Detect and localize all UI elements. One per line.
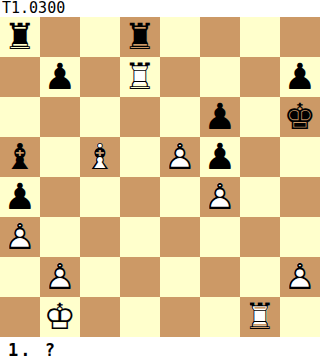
- square-a1[interactable]: [0, 297, 40, 337]
- white-piece-outline: ♔: [40, 297, 80, 337]
- square-h5[interactable]: [280, 137, 320, 177]
- black-rook[interactable]: ♜: [0, 17, 40, 57]
- square-a5[interactable]: ♝: [0, 137, 40, 177]
- black-piece-glyph: ♜: [0, 17, 40, 57]
- white-piece-outline: ♖: [120, 57, 160, 97]
- white-piece-fill: ♟: [40, 257, 80, 297]
- square-g1[interactable]: ♜♖: [240, 297, 280, 337]
- square-b2[interactable]: ♟♙: [40, 257, 80, 297]
- square-g4[interactable]: [240, 177, 280, 217]
- white-piece-fill: ♚: [40, 297, 80, 337]
- square-c5[interactable]: ♝♗: [80, 137, 120, 177]
- square-e5[interactable]: ♟♙: [160, 137, 200, 177]
- black-piece-glyph: ♝: [0, 137, 40, 177]
- chess-puzzle-page: T1.0300 ♜♜♟♜♖♟♟♚♝♝♗♟♙♟♟♟♙♟♙♟♙♟♙♚♔♜♖ 1. ?: [0, 0, 320, 360]
- white-bishop[interactable]: ♝♗: [80, 137, 120, 177]
- square-f3[interactable]: [200, 217, 240, 257]
- black-piece-glyph: ♟: [280, 57, 320, 97]
- square-c7[interactable]: [80, 57, 120, 97]
- black-piece-glyph: ♟: [0, 177, 40, 217]
- white-piece-fill: ♟: [0, 217, 40, 257]
- white-piece-outline: ♙: [160, 137, 200, 177]
- square-d2[interactable]: [120, 257, 160, 297]
- white-king[interactable]: ♚♔: [40, 297, 80, 337]
- square-b6[interactable]: [40, 97, 80, 137]
- square-d6[interactable]: [120, 97, 160, 137]
- black-pawn[interactable]: ♟: [280, 57, 320, 97]
- white-piece-fill: ♟: [280, 257, 320, 297]
- black-rook[interactable]: ♜: [120, 17, 160, 57]
- square-g7[interactable]: [240, 57, 280, 97]
- square-c2[interactable]: [80, 257, 120, 297]
- square-h4[interactable]: [280, 177, 320, 217]
- square-b1[interactable]: ♚♔: [40, 297, 80, 337]
- black-piece-glyph: ♜: [120, 17, 160, 57]
- square-a8[interactable]: ♜: [0, 17, 40, 57]
- white-piece-fill: ♜: [120, 57, 160, 97]
- white-pawn[interactable]: ♟♙: [160, 137, 200, 177]
- black-king[interactable]: ♚: [280, 97, 320, 137]
- black-piece-glyph: ♟: [40, 57, 80, 97]
- square-f5[interactable]: ♟: [200, 137, 240, 177]
- square-a4[interactable]: ♟: [0, 177, 40, 217]
- white-pawn[interactable]: ♟♙: [200, 177, 240, 217]
- white-pawn[interactable]: ♟♙: [0, 217, 40, 257]
- white-piece-fill: ♟: [200, 177, 240, 217]
- black-pawn[interactable]: ♟: [40, 57, 80, 97]
- square-h2[interactable]: ♟♙: [280, 257, 320, 297]
- square-c6[interactable]: [80, 97, 120, 137]
- square-c3[interactable]: [80, 217, 120, 257]
- square-g5[interactable]: [240, 137, 280, 177]
- black-pawn[interactable]: ♟: [0, 177, 40, 217]
- square-b7[interactable]: ♟: [40, 57, 80, 97]
- square-g3[interactable]: [240, 217, 280, 257]
- black-piece-glyph: ♟: [200, 137, 240, 177]
- white-piece-outline: ♖: [240, 297, 280, 337]
- white-piece-outline: ♙: [40, 257, 80, 297]
- square-e6[interactable]: [160, 97, 200, 137]
- square-f6[interactable]: ♟: [200, 97, 240, 137]
- white-piece-outline: ♙: [200, 177, 240, 217]
- square-a6[interactable]: [0, 97, 40, 137]
- square-d1[interactable]: [120, 297, 160, 337]
- square-g2[interactable]: [240, 257, 280, 297]
- square-d4[interactable]: [120, 177, 160, 217]
- square-b4[interactable]: [40, 177, 80, 217]
- square-d8[interactable]: ♜: [120, 17, 160, 57]
- square-h7[interactable]: ♟: [280, 57, 320, 97]
- black-piece-glyph: ♚: [280, 97, 320, 137]
- square-h8[interactable]: [280, 17, 320, 57]
- black-pawn[interactable]: ♟: [200, 137, 240, 177]
- square-f4[interactable]: ♟♙: [200, 177, 240, 217]
- square-e1[interactable]: [160, 297, 200, 337]
- square-a2[interactable]: [0, 257, 40, 297]
- square-e8[interactable]: [160, 17, 200, 57]
- square-f1[interactable]: [200, 297, 240, 337]
- white-piece-outline: ♙: [280, 257, 320, 297]
- square-a3[interactable]: ♟♙: [0, 217, 40, 257]
- square-e7[interactable]: [160, 57, 200, 97]
- square-d3[interactable]: [120, 217, 160, 257]
- white-piece-outline: ♙: [0, 217, 40, 257]
- puzzle-title: T1.0300: [0, 0, 320, 17]
- square-h3[interactable]: [280, 217, 320, 257]
- square-h1[interactable]: [280, 297, 320, 337]
- white-piece-fill: ♜: [240, 297, 280, 337]
- square-h6[interactable]: ♚: [280, 97, 320, 137]
- square-g6[interactable]: [240, 97, 280, 137]
- square-g8[interactable]: [240, 17, 280, 57]
- square-c4[interactable]: [80, 177, 120, 217]
- black-bishop[interactable]: ♝: [0, 137, 40, 177]
- square-b8[interactable]: [40, 17, 80, 57]
- white-pawn[interactable]: ♟♙: [280, 257, 320, 297]
- square-e3[interactable]: [160, 217, 200, 257]
- black-piece-glyph: ♟: [200, 97, 240, 137]
- square-d5[interactable]: [120, 137, 160, 177]
- square-e4[interactable]: [160, 177, 200, 217]
- white-pawn[interactable]: ♟♙: [40, 257, 80, 297]
- square-f8[interactable]: [200, 17, 240, 57]
- white-rook[interactable]: ♜♖: [240, 297, 280, 337]
- white-rook[interactable]: ♜♖: [120, 57, 160, 97]
- chess-board: ♜♜♟♜♖♟♟♚♝♝♗♟♙♟♟♟♙♟♙♟♙♟♙♚♔♜♖: [0, 17, 320, 337]
- square-f7[interactable]: [200, 57, 240, 97]
- black-pawn[interactable]: ♟: [200, 97, 240, 137]
- square-f2[interactable]: [200, 257, 240, 297]
- square-b3[interactable]: [40, 217, 80, 257]
- square-c8[interactable]: [80, 17, 120, 57]
- white-piece-outline: ♗: [80, 137, 120, 177]
- white-piece-fill: ♝: [80, 137, 120, 177]
- white-piece-fill: ♟: [160, 137, 200, 177]
- move-prompt: 1. ?: [0, 337, 320, 360]
- square-e2[interactable]: [160, 257, 200, 297]
- square-d7[interactable]: ♜♖: [120, 57, 160, 97]
- square-c1[interactable]: [80, 297, 120, 337]
- square-b5[interactable]: [40, 137, 80, 177]
- square-a7[interactable]: [0, 57, 40, 97]
